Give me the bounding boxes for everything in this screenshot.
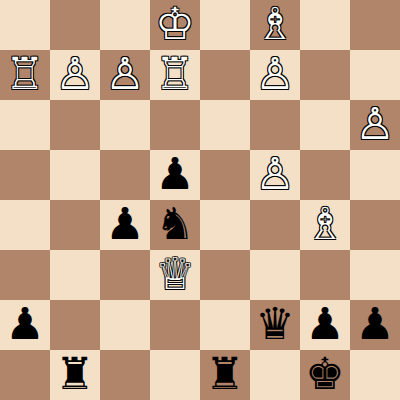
square-h3[interactable] bbox=[350, 250, 400, 300]
square-h4[interactable] bbox=[350, 200, 400, 250]
piece-white-bishop-g4[interactable]: ♗ bbox=[305, 199, 344, 249]
square-g7[interactable] bbox=[300, 50, 350, 100]
square-f1[interactable] bbox=[250, 350, 300, 400]
square-a8[interactable] bbox=[0, 0, 50, 50]
square-d6[interactable] bbox=[150, 100, 200, 150]
square-g1[interactable]: ♚ bbox=[300, 350, 350, 400]
square-a7[interactable]: ♖ bbox=[0, 50, 50, 100]
piece-black-pawn-c4[interactable]: ♟ bbox=[105, 199, 144, 249]
square-d4[interactable]: ♞ bbox=[150, 200, 200, 250]
square-a4[interactable] bbox=[0, 200, 50, 250]
square-f8[interactable]: ♗ bbox=[250, 0, 300, 50]
piece-white-rook-d7[interactable]: ♖ bbox=[155, 49, 194, 99]
piece-white-rook-a7[interactable]: ♖ bbox=[5, 49, 44, 99]
square-c8[interactable] bbox=[100, 0, 150, 50]
square-b7[interactable]: ♙ bbox=[50, 50, 100, 100]
square-e8[interactable] bbox=[200, 0, 250, 50]
square-d7[interactable]: ♖ bbox=[150, 50, 200, 100]
piece-white-pawn-b7[interactable]: ♙ bbox=[55, 49, 94, 99]
square-a3[interactable] bbox=[0, 250, 50, 300]
piece-black-pawn-d5[interactable]: ♟ bbox=[155, 149, 194, 199]
piece-white-pawn-c7[interactable]: ♙ bbox=[105, 49, 144, 99]
square-c6[interactable] bbox=[100, 100, 150, 150]
piece-black-knight-d4[interactable]: ♞ bbox=[155, 199, 194, 249]
square-g4[interactable]: ♗ bbox=[300, 200, 350, 250]
square-c1[interactable] bbox=[100, 350, 150, 400]
square-d2[interactable] bbox=[150, 300, 200, 350]
square-g3[interactable] bbox=[300, 250, 350, 300]
square-a6[interactable] bbox=[0, 100, 50, 150]
square-f5[interactable]: ♙ bbox=[250, 150, 300, 200]
square-a1[interactable] bbox=[0, 350, 50, 400]
square-e5[interactable] bbox=[200, 150, 250, 200]
chess-board: ♔♗♖♙♙♖♙♙♟♙♟♞♗♕♟♛♟♟♜♜♚ bbox=[0, 0, 400, 400]
square-d3[interactable]: ♕ bbox=[150, 250, 200, 300]
piece-black-pawn-a2[interactable]: ♟ bbox=[5, 299, 44, 349]
piece-black-king-g1[interactable]: ♚ bbox=[305, 349, 344, 399]
square-h2[interactable]: ♟ bbox=[350, 300, 400, 350]
square-g8[interactable] bbox=[300, 0, 350, 50]
square-b5[interactable] bbox=[50, 150, 100, 200]
square-d5[interactable]: ♟ bbox=[150, 150, 200, 200]
square-e4[interactable] bbox=[200, 200, 250, 250]
square-f6[interactable] bbox=[250, 100, 300, 150]
piece-black-pawn-g2[interactable]: ♟ bbox=[305, 299, 344, 349]
piece-white-pawn-h6[interactable]: ♙ bbox=[355, 99, 394, 149]
square-e7[interactable] bbox=[200, 50, 250, 100]
square-a2[interactable]: ♟ bbox=[0, 300, 50, 350]
square-b1[interactable]: ♜ bbox=[50, 350, 100, 400]
square-h1[interactable] bbox=[350, 350, 400, 400]
square-h7[interactable] bbox=[350, 50, 400, 100]
square-c7[interactable]: ♙ bbox=[100, 50, 150, 100]
square-f4[interactable] bbox=[250, 200, 300, 250]
square-b6[interactable] bbox=[50, 100, 100, 150]
square-c4[interactable]: ♟ bbox=[100, 200, 150, 250]
square-g5[interactable] bbox=[300, 150, 350, 200]
square-e2[interactable] bbox=[200, 300, 250, 350]
square-b8[interactable] bbox=[50, 0, 100, 50]
piece-white-king-d8[interactable]: ♔ bbox=[155, 0, 194, 49]
square-g2[interactable]: ♟ bbox=[300, 300, 350, 350]
piece-black-rook-b1[interactable]: ♜ bbox=[55, 349, 94, 399]
square-b3[interactable] bbox=[50, 250, 100, 300]
square-f3[interactable] bbox=[250, 250, 300, 300]
piece-black-rook-e1[interactable]: ♜ bbox=[205, 349, 244, 399]
piece-white-queen-d3[interactable]: ♕ bbox=[155, 249, 194, 299]
piece-white-pawn-f5[interactable]: ♙ bbox=[255, 149, 294, 199]
square-f7[interactable]: ♙ bbox=[250, 50, 300, 100]
square-c3[interactable] bbox=[100, 250, 150, 300]
square-h6[interactable]: ♙ bbox=[350, 100, 400, 150]
piece-black-pawn-h2[interactable]: ♟ bbox=[355, 299, 394, 349]
square-h5[interactable] bbox=[350, 150, 400, 200]
piece-white-bishop-f8[interactable]: ♗ bbox=[255, 0, 294, 49]
square-c5[interactable] bbox=[100, 150, 150, 200]
square-d8[interactable]: ♔ bbox=[150, 0, 200, 50]
square-e6[interactable] bbox=[200, 100, 250, 150]
square-b4[interactable] bbox=[50, 200, 100, 250]
square-e3[interactable] bbox=[200, 250, 250, 300]
piece-white-pawn-f7[interactable]: ♙ bbox=[255, 49, 294, 99]
square-f2[interactable]: ♛ bbox=[250, 300, 300, 350]
square-g6[interactable] bbox=[300, 100, 350, 150]
square-c2[interactable] bbox=[100, 300, 150, 350]
square-e1[interactable]: ♜ bbox=[200, 350, 250, 400]
piece-black-queen-f2[interactable]: ♛ bbox=[255, 299, 294, 349]
square-h8[interactable] bbox=[350, 0, 400, 50]
square-d1[interactable] bbox=[150, 350, 200, 400]
square-a5[interactable] bbox=[0, 150, 50, 200]
square-b2[interactable] bbox=[50, 300, 100, 350]
